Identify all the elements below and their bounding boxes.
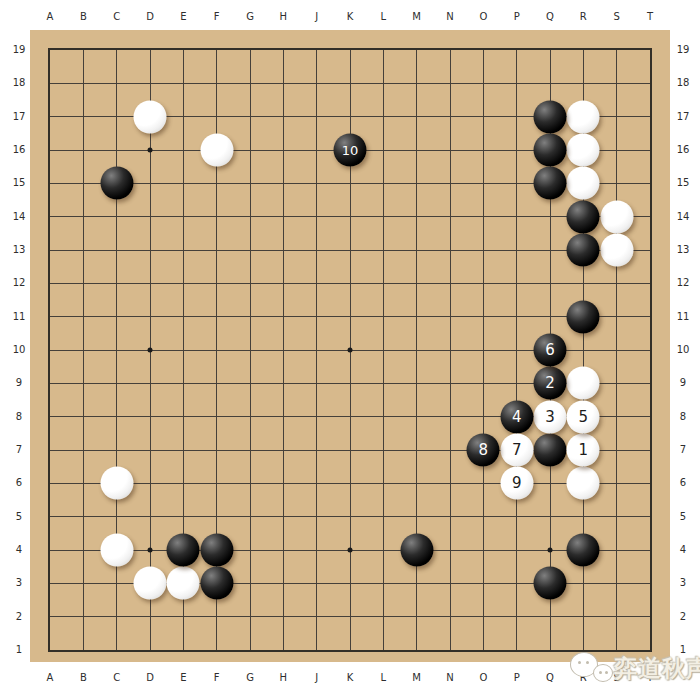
coord-label-left-6: 6 — [16, 478, 22, 488]
stone-white-P7: 7 — [500, 434, 533, 467]
coord-label-left-19: 19 — [13, 45, 26, 55]
stone-black-R11 — [567, 300, 600, 333]
move-number-label: 1 — [579, 443, 589, 458]
coord-label-top-L: L — [381, 12, 387, 22]
coord-label-top-H: H — [280, 12, 288, 22]
coord-label-bottom-J: J — [315, 673, 318, 683]
move-number-label: 6 — [545, 343, 555, 358]
coord-label-top-D: D — [146, 12, 154, 22]
coord-label-bottom-N: N — [446, 673, 453, 683]
grid-line-v — [383, 50, 384, 650]
coord-label-left-16: 16 — [13, 145, 26, 155]
coord-label-bottom-B: B — [80, 673, 87, 683]
move-number-label: 9 — [512, 476, 522, 491]
stone-black-Q3 — [534, 567, 567, 600]
stone-white-R16 — [567, 134, 600, 167]
stone-white-C6 — [100, 467, 133, 500]
coord-label-left-10: 10 — [13, 345, 26, 355]
stone-white-R8: 5 — [567, 400, 600, 433]
stone-black-K16: 10 — [334, 134, 367, 167]
stone-black-Q7 — [534, 434, 567, 467]
grid-line-v — [483, 50, 484, 650]
coord-label-top-T: T — [647, 12, 653, 22]
stone-black-Q10: 6 — [534, 334, 567, 367]
stone-black-Q9: 2 — [534, 367, 567, 400]
coord-label-right-12: 12 — [677, 278, 690, 288]
coord-label-right-13: 13 — [677, 245, 690, 255]
coord-label-right-9: 9 — [680, 378, 686, 388]
move-number-label: 5 — [579, 409, 589, 424]
stone-white-R6 — [567, 467, 600, 500]
stone-white-F16 — [200, 134, 233, 167]
stone-white-D3 — [134, 567, 167, 600]
coord-label-bottom-Q: Q — [546, 673, 554, 683]
coord-label-bottom-C: C — [113, 673, 120, 683]
coord-label-left-8: 8 — [16, 412, 22, 422]
coord-label-right-10: 10 — [677, 345, 690, 355]
coord-label-bottom-K: K — [347, 673, 354, 683]
coord-label-bottom-A: A — [47, 673, 54, 683]
grid-line-h — [50, 616, 650, 617]
coord-label-right-19: 19 — [677, 45, 690, 55]
coord-label-bottom-G: G — [246, 673, 254, 683]
stone-black-Q17 — [534, 100, 567, 133]
stone-white-R15 — [567, 167, 600, 200]
coord-label-top-E: E — [180, 12, 186, 22]
coord-label-left-1: 1 — [16, 645, 22, 655]
move-number-label: 3 — [545, 409, 555, 424]
stone-black-R14 — [567, 200, 600, 233]
coord-label-left-13: 13 — [13, 245, 26, 255]
coord-label-top-R: R — [580, 12, 587, 22]
coord-label-right-3: 3 — [680, 578, 686, 588]
star-point-K4 — [348, 548, 353, 553]
coord-label-top-Q: Q — [546, 12, 554, 22]
stone-white-S14 — [600, 200, 633, 233]
star-point-D16 — [148, 148, 153, 153]
coord-label-left-15: 15 — [13, 178, 26, 188]
coord-label-top-N: N — [446, 12, 453, 22]
coord-label-top-S: S — [613, 12, 619, 22]
coord-label-bottom-H: H — [280, 673, 288, 683]
stone-black-R13 — [567, 234, 600, 267]
coord-label-right-8: 8 — [680, 412, 686, 422]
coord-label-right-11: 11 — [677, 312, 690, 322]
coord-label-top-B: B — [80, 12, 87, 22]
move-number-label: 4 — [512, 409, 522, 424]
stone-black-E4 — [167, 534, 200, 567]
coord-label-bottom-E: E — [180, 673, 186, 683]
stone-black-Q16 — [534, 134, 567, 167]
star-point-D4 — [148, 548, 153, 553]
stone-white-R9 — [567, 367, 600, 400]
coord-label-bottom-D: D — [146, 673, 154, 683]
stone-black-O7: 8 — [467, 434, 500, 467]
coord-label-left-11: 11 — [13, 312, 26, 322]
coord-label-left-18: 18 — [13, 78, 26, 88]
coord-label-right-5: 5 — [680, 512, 686, 522]
coord-label-left-2: 2 — [16, 612, 22, 622]
stone-black-R4 — [567, 534, 600, 567]
coord-label-right-4: 4 — [680, 545, 686, 555]
coord-label-bottom-M: M — [412, 673, 421, 683]
coord-label-right-17: 17 — [677, 112, 690, 122]
coord-label-left-17: 17 — [13, 112, 26, 122]
coord-label-right-2: 2 — [680, 612, 686, 622]
watermark-text: 弈道秋声 — [614, 657, 700, 680]
coord-label-top-F: F — [214, 12, 220, 22]
stone-black-F3 — [200, 567, 233, 600]
coord-label-top-P: P — [514, 12, 520, 22]
coord-label-bottom-P: P — [514, 673, 520, 683]
coord-label-top-A: A — [47, 12, 54, 22]
stone-black-Q15 — [534, 167, 567, 200]
coord-label-bottom-F: F — [214, 673, 220, 683]
stone-white-Q8: 3 — [534, 400, 567, 433]
move-number-label: 8 — [479, 443, 489, 458]
coord-label-left-5: 5 — [16, 512, 22, 522]
move-number-label: 10 — [342, 144, 359, 157]
coord-label-left-4: 4 — [16, 545, 22, 555]
coord-label-right-15: 15 — [677, 178, 690, 188]
coord-label-top-M: M — [412, 12, 421, 22]
coord-label-top-J: J — [315, 12, 318, 22]
coord-label-left-3: 3 — [16, 578, 22, 588]
stone-white-D17 — [134, 100, 167, 133]
coord-label-right-6: 6 — [680, 478, 686, 488]
stone-black-C15 — [100, 167, 133, 200]
star-point-Q4 — [548, 548, 553, 553]
move-number-label: 7 — [512, 443, 522, 458]
watermark: 弈道秋声 — [568, 642, 700, 694]
coord-label-right-7: 7 — [680, 445, 686, 455]
star-point-K10 — [348, 348, 353, 353]
grid-line-h — [50, 483, 650, 484]
coord-label-left-14: 14 — [13, 212, 26, 222]
star-point-D10 — [148, 348, 153, 353]
grid-line-h — [50, 516, 650, 517]
stone-white-C4 — [100, 534, 133, 567]
grid-line-v — [616, 50, 617, 650]
stone-white-R7: 1 — [567, 434, 600, 467]
coord-label-right-14: 14 — [677, 212, 690, 222]
stone-white-E3 — [167, 567, 200, 600]
stone-black-F4 — [200, 534, 233, 567]
coord-label-right-16: 16 — [677, 145, 690, 155]
grid-line-v — [450, 50, 451, 650]
coord-label-left-12: 12 — [13, 278, 26, 288]
wechat-bubble-small — [593, 664, 613, 682]
stone-black-M4 — [400, 534, 433, 567]
coord-label-top-O: O — [479, 12, 487, 22]
coord-label-left-7: 7 — [16, 445, 22, 455]
stone-white-P6: 9 — [500, 467, 533, 500]
wechat-icon — [568, 646, 614, 690]
coord-label-top-K: K — [347, 12, 354, 22]
coord-label-right-18: 18 — [677, 78, 690, 88]
stone-white-S13 — [600, 234, 633, 267]
coord-label-top-C: C — [113, 12, 120, 22]
grid-line-v — [516, 50, 517, 650]
coord-label-bottom-O: O — [479, 673, 487, 683]
coord-label-bottom-L: L — [381, 673, 387, 683]
coord-label-top-G: G — [246, 12, 254, 22]
stone-white-R17 — [567, 100, 600, 133]
move-number-label: 2 — [545, 376, 555, 391]
coord-label-left-9: 9 — [16, 378, 22, 388]
stone-black-P8: 4 — [500, 400, 533, 433]
